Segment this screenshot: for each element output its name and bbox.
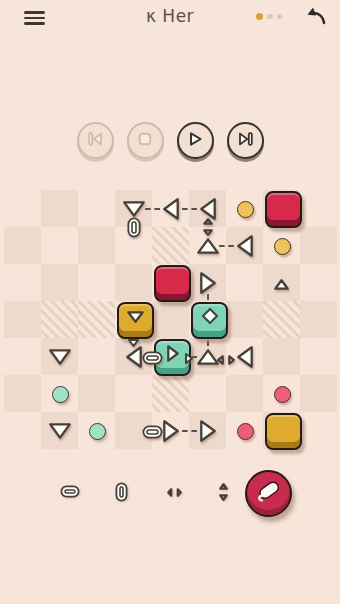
board-cell[interactable] [152,301,189,338]
puzzle-board[interactable] [4,190,337,449]
board-cell[interactable] [41,227,78,264]
block-red[interactable] [154,265,191,302]
board-cell[interactable] [115,264,152,301]
board-cell-hatched[interactable] [78,301,115,338]
attachment-expand-v[interactable] [202,217,214,241]
board-cell[interactable] [4,375,41,412]
board-cell[interactable] [41,190,78,227]
board-cell[interactable] [78,190,115,227]
capsule-vertical-icon [115,482,128,505]
board-cell[interactable] [300,301,337,338]
attachment-capsule-h[interactable] [142,350,163,369]
dashed-link [182,430,197,432]
tool-expand-h[interactable] [160,479,188,507]
block-red[interactable] [265,191,302,228]
attachment-tri-down-small[interactable] [127,333,140,352]
board-cell[interactable] [4,338,41,375]
capsule-horizontal-icon [60,485,80,501]
board-cell[interactable] [4,412,41,449]
triangle-right[interactable] [199,271,217,299]
board-cell[interactable] [4,301,41,338]
play-button[interactable] [177,122,214,159]
target-dot-pink [274,386,291,403]
triangles-vertical-icon [218,482,229,505]
progress-dot [267,14,273,20]
board-cell-hatched[interactable] [152,227,189,264]
header: κ Her [0,0,340,34]
skip-forward-icon [237,131,254,150]
tool-capsule-v[interactable] [107,479,135,507]
board-cell[interactable] [189,375,226,412]
board-cell[interactable] [300,375,337,412]
eraser-button[interactable] [245,470,292,517]
diamond-glyph [201,307,219,329]
dashed-link [145,208,160,210]
triangle-up[interactable] [273,276,290,295]
board-cell[interactable] [300,227,337,264]
board-cell[interactable] [226,301,263,338]
board-cell[interactable] [78,375,115,412]
board-cell[interactable] [263,338,300,375]
tool-palette [0,466,340,522]
skip-back-button[interactable] [77,122,114,159]
triangle-right[interactable] [162,419,180,447]
skip-back-icon [87,131,104,150]
dashed-link [182,208,197,210]
eraser-icon [255,478,283,509]
board-cell-hatched[interactable] [41,301,78,338]
triangle-right[interactable] [199,419,217,447]
board-cell[interactable] [300,412,337,449]
board-cell-hatched[interactable] [263,301,300,338]
target-dot-yellow [274,238,291,255]
board-cell[interactable] [300,338,337,375]
tri-right-glyph [166,344,180,367]
progress-dot [277,14,283,20]
board-cell-hatched[interactable] [152,375,189,412]
tri-down-glyph [126,309,145,328]
block-yellow[interactable] [265,413,302,450]
board-cell[interactable] [226,264,263,301]
board-cell[interactable] [41,264,78,301]
board-cell[interactable] [4,227,41,264]
attachment-capsule-h[interactable] [142,424,163,443]
triangle-left[interactable] [236,234,254,262]
target-dot-mint [52,386,69,403]
target-dot-pink [237,423,254,440]
dashed-link [219,245,234,247]
app: κ Her [0,0,340,604]
board-cell[interactable] [115,375,152,412]
undo-arrow-icon [305,6,327,26]
stop-button[interactable] [127,122,164,159]
tool-capsule-h[interactable] [56,479,84,507]
board-cell[interactable] [226,375,263,412]
attachment-tri-right-small[interactable] [184,350,194,369]
attachment-capsule-v[interactable] [127,217,141,242]
skip-forward-button[interactable] [227,122,264,159]
board-cell[interactable] [4,190,41,227]
playback-controls [0,122,340,159]
target-dot-mint [89,423,106,440]
stop-icon [137,131,153,150]
undo-button[interactable] [305,6,327,26]
play-icon [187,131,203,150]
triangle-down[interactable] [48,348,72,370]
triangles-horizontal-icon [166,486,183,501]
triangle-down[interactable] [48,422,72,444]
board-cell[interactable] [300,190,337,227]
board-cell[interactable] [78,264,115,301]
board-cell[interactable] [300,264,337,301]
board-cell[interactable] [4,264,41,301]
attachment-expand-h[interactable] [216,351,236,370]
target-dot-yellow [237,201,254,218]
progress-dot-active [256,13,263,20]
triangle-left[interactable] [162,197,180,225]
triangle-left[interactable] [236,345,254,373]
tool-expand-v[interactable] [209,479,237,507]
board-cell[interactable] [78,227,115,264]
block-teal-diamond[interactable] [191,302,228,339]
progress-dots [256,13,282,20]
level-title: κ Her [0,6,340,26]
board-cell[interactable] [78,338,115,375]
